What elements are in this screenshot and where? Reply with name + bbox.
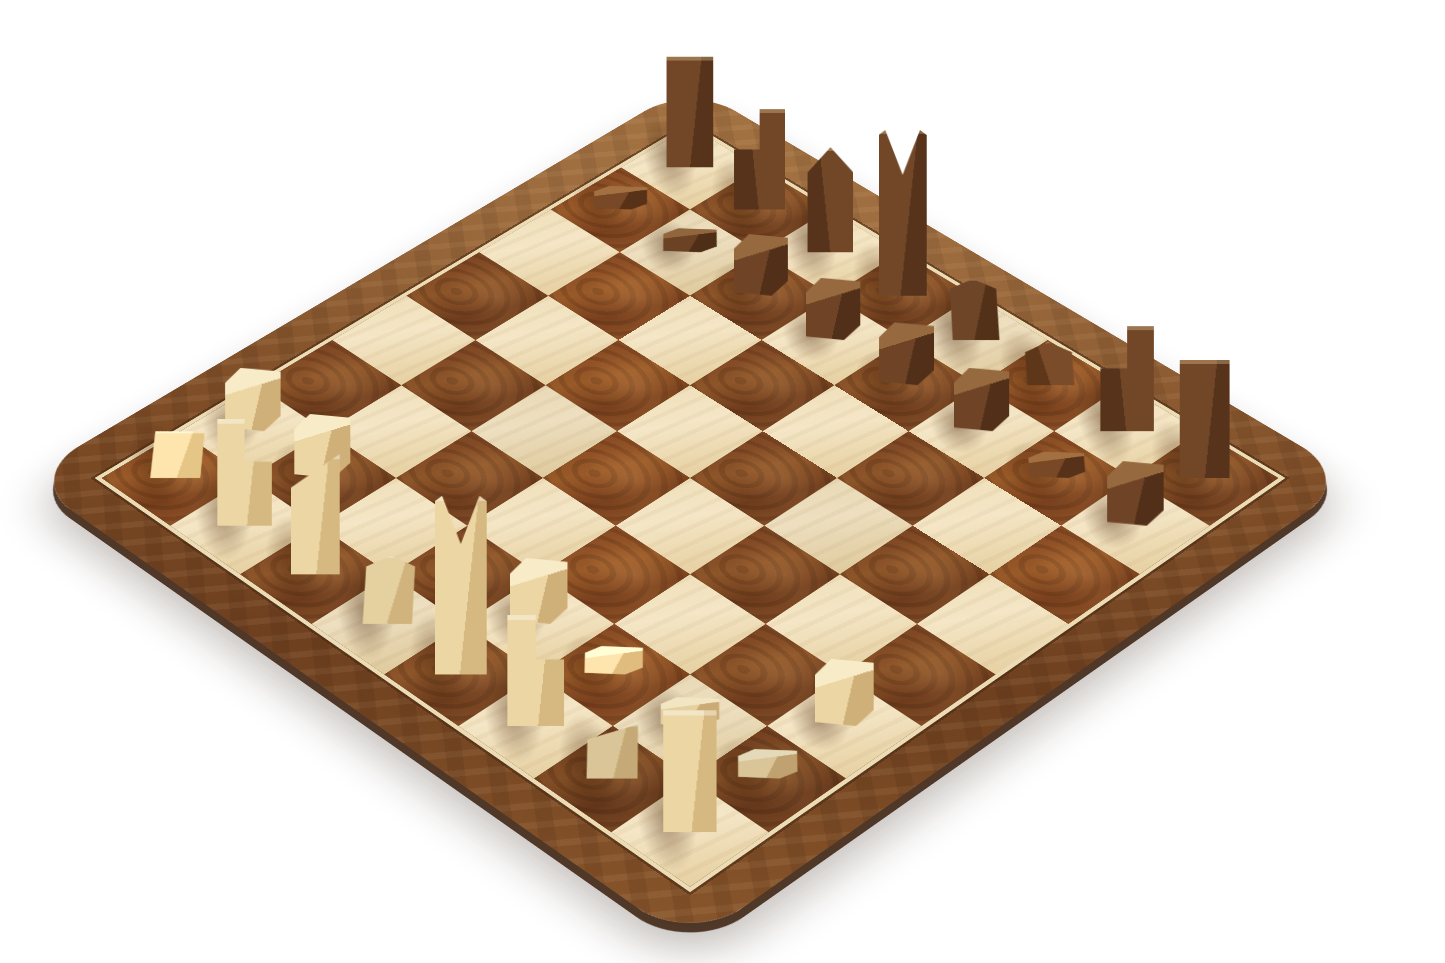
black-pawn[interactable] <box>1107 461 1164 526</box>
black-pawn[interactable] <box>1028 452 1086 478</box>
black-pawn[interactable] <box>594 186 647 210</box>
black-bishop[interactable] <box>808 147 854 252</box>
black-knight[interactable] <box>734 109 785 209</box>
white-pawn[interactable] <box>815 659 874 726</box>
chess-board <box>25 84 1354 945</box>
white-pawn[interactable] <box>738 749 798 779</box>
black-pawn[interactable] <box>806 278 860 340</box>
black-rook[interactable] <box>1180 360 1230 478</box>
white-pawn[interactable] <box>584 646 642 674</box>
black-king[interactable] <box>879 130 927 296</box>
board-frame <box>25 84 1354 945</box>
black-knight[interactable] <box>1100 326 1153 431</box>
white-knight[interactable] <box>507 615 564 726</box>
black-pawn[interactable] <box>663 228 716 252</box>
black-pawn[interactable] <box>879 322 934 385</box>
black-queen[interactable] <box>949 279 999 340</box>
black-pawn[interactable] <box>734 234 788 296</box>
white-pawn[interactable] <box>510 558 568 624</box>
board-field <box>102 126 1279 887</box>
black-pawn[interactable] <box>954 368 1009 431</box>
black-rook[interactable] <box>667 57 714 168</box>
scene <box>0 0 1445 963</box>
white-rook[interactable] <box>663 710 717 832</box>
